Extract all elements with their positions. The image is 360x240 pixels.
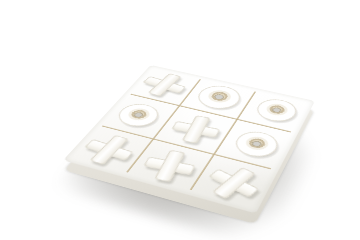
product-photo-tictactoe: White marble tic-tac-toe board with X an… xyxy=(0,0,360,240)
scene xyxy=(0,0,360,240)
tic-tac-toe-board xyxy=(63,65,315,214)
